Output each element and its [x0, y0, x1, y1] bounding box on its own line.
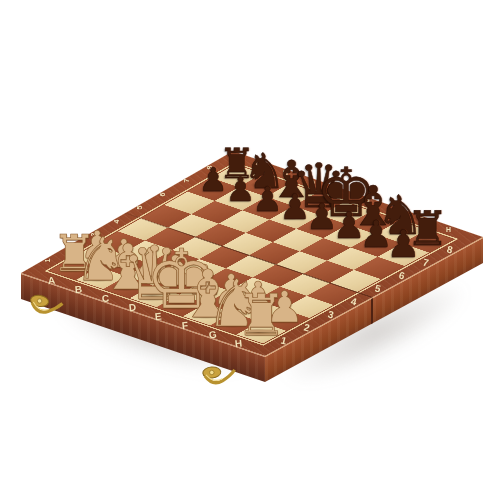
chess-set-photo: AA11BB22CC33DD44EE55FF66GG77HH88♜♞♟♝♟♛♟♚… — [0, 0, 500, 500]
chess-board — [21, 151, 483, 356]
brass-latch-icon — [26, 289, 66, 320]
fold-seam-edge — [371, 298, 373, 324]
brass-latch-icon — [199, 361, 239, 390]
